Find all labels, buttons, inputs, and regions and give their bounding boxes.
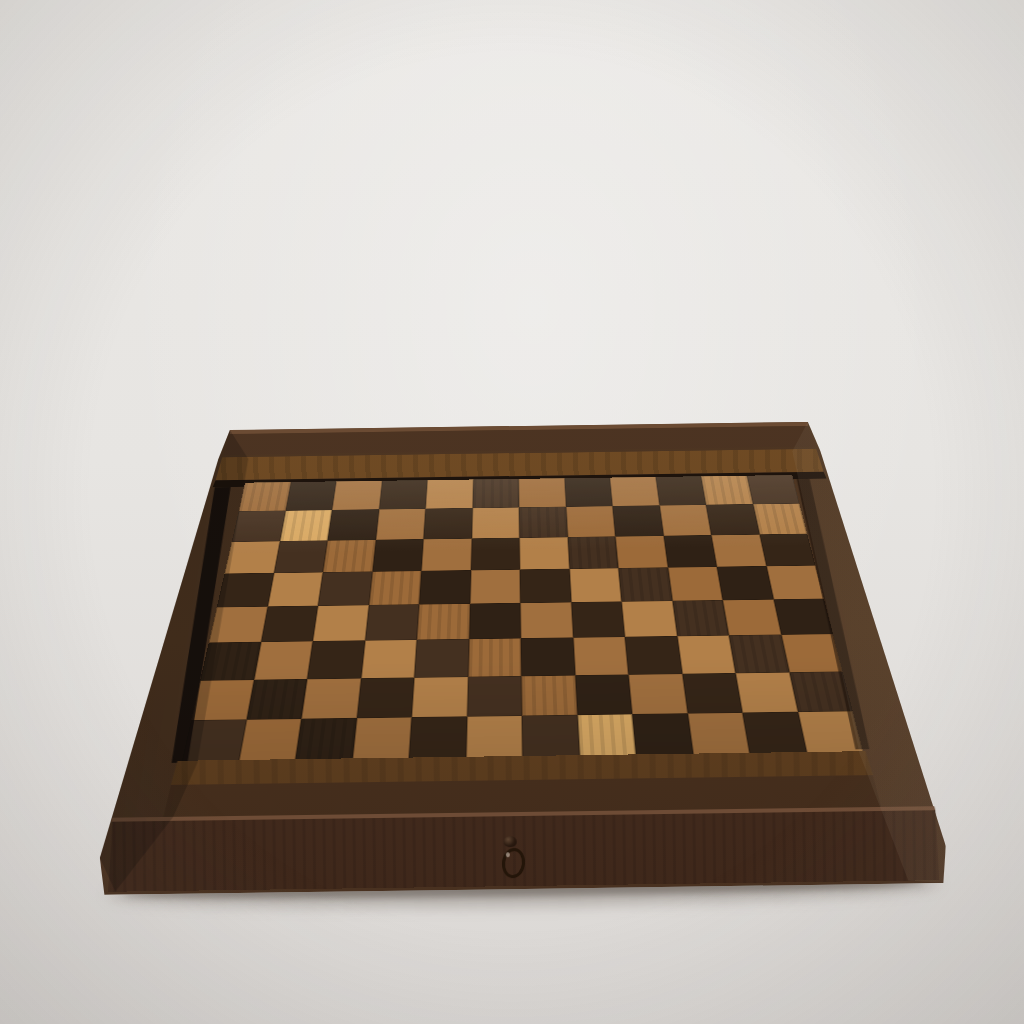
board-square[interactable]	[412, 677, 468, 718]
board-square[interactable]	[274, 540, 328, 573]
game-board-assembly	[0, 0, 1024, 1024]
board-square[interactable]	[659, 505, 711, 536]
board-square[interactable]	[766, 565, 824, 599]
ring-highlight	[506, 852, 510, 857]
board-square[interactable]	[663, 535, 717, 567]
board-square[interactable]	[261, 606, 318, 642]
board-square[interactable]	[519, 537, 569, 569]
board-square[interactable]	[569, 568, 621, 602]
board-square[interactable]	[470, 569, 521, 603]
board-square[interactable]	[519, 478, 566, 507]
drawer-knob	[504, 836, 517, 847]
board-square[interactable]	[246, 679, 307, 720]
board-square[interactable]	[520, 569, 571, 603]
board-square[interactable]	[615, 536, 667, 568]
board-square[interactable]	[520, 602, 573, 638]
board-square[interactable]	[622, 601, 677, 637]
board-square[interactable]	[417, 604, 470, 640]
board-square[interactable]	[677, 636, 736, 674]
board-square[interactable]	[735, 672, 797, 712]
board-square[interactable]	[280, 510, 332, 541]
board-square[interactable]	[564, 478, 612, 507]
board-square[interactable]	[365, 604, 419, 640]
board-square[interactable]	[419, 570, 470, 604]
board-square[interactable]	[571, 602, 625, 638]
board-square[interactable]	[307, 641, 365, 679]
board-square[interactable]	[328, 509, 379, 540]
board-square[interactable]	[323, 540, 376, 573]
board-square[interactable]	[566, 506, 616, 537]
board-square[interactable]	[332, 481, 382, 510]
board-square[interactable]	[379, 480, 428, 509]
board-square[interactable]	[717, 566, 773, 600]
board-square[interactable]	[414, 639, 469, 677]
board-square[interactable]	[232, 511, 286, 542]
board-square[interactable]	[466, 716, 523, 759]
board-square[interactable]	[369, 571, 422, 605]
board-square[interactable]	[471, 507, 519, 538]
board-square[interactable]	[421, 538, 471, 570]
board-square[interactable]	[357, 677, 415, 718]
board-square[interactable]	[472, 479, 519, 508]
board-square[interactable]	[711, 534, 766, 566]
board-square[interactable]	[424, 508, 473, 539]
board-square[interactable]	[747, 475, 800, 504]
board-square[interactable]	[701, 476, 753, 505]
board-square[interactable]	[723, 599, 781, 635]
board-square[interactable]	[706, 504, 759, 535]
board-square[interactable]	[239, 482, 291, 511]
board-square[interactable]	[409, 716, 467, 759]
board-square[interactable]	[742, 712, 806, 755]
board-square[interactable]	[352, 717, 412, 760]
board-square[interactable]	[613, 506, 664, 537]
board-square[interactable]	[372, 539, 423, 572]
board-square[interactable]	[285, 481, 336, 510]
board-square[interactable]	[467, 676, 522, 716]
board-square[interactable]	[521, 638, 575, 676]
board-square[interactable]	[376, 509, 426, 540]
board-square[interactable]	[668, 567, 723, 601]
board-square[interactable]	[267, 572, 323, 606]
board-square[interactable]	[521, 675, 577, 715]
board-square[interactable]	[729, 635, 789, 673]
board-square[interactable]	[753, 504, 807, 535]
board-square[interactable]	[567, 536, 618, 568]
board-square[interactable]	[318, 572, 372, 606]
board-square[interactable]	[573, 637, 629, 675]
board-square[interactable]	[610, 477, 659, 506]
checkerboard-grid	[181, 475, 863, 763]
board-square[interactable]	[522, 715, 579, 758]
board-square[interactable]	[238, 719, 301, 762]
board-square[interactable]	[575, 674, 632, 714]
board-square[interactable]	[672, 600, 729, 636]
board-square[interactable]	[361, 640, 417, 678]
board-square[interactable]	[759, 534, 815, 566]
board-square[interactable]	[313, 605, 369, 641]
board-square[interactable]	[468, 638, 522, 676]
board-square[interactable]	[471, 538, 520, 570]
board-square[interactable]	[655, 476, 706, 505]
board-square[interactable]	[682, 673, 742, 713]
board-square[interactable]	[618, 567, 672, 601]
board-square[interactable]	[625, 636, 682, 674]
board-square[interactable]	[628, 674, 687, 714]
board-square[interactable]	[577, 714, 636, 757]
board-square[interactable]	[301, 678, 360, 719]
board-square[interactable]	[519, 507, 567, 538]
board-square[interactable]	[687, 713, 750, 756]
board-square[interactable]	[632, 713, 693, 756]
board-square[interactable]	[254, 641, 313, 679]
board-square[interactable]	[426, 479, 474, 508]
board-square[interactable]	[469, 603, 521, 639]
board-square[interactable]	[295, 718, 356, 761]
